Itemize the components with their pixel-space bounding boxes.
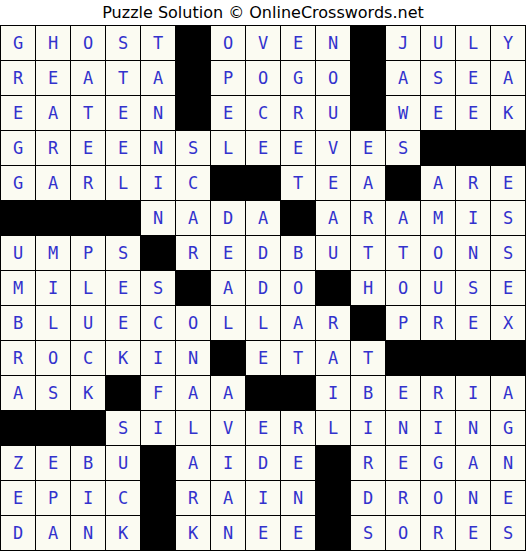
- letter-cell-r2c5[interactable]: A: [141, 61, 175, 95]
- letter-cell-r12c9[interactable]: R: [281, 411, 315, 445]
- letter-cell-r11c14[interactable]: I: [456, 376, 490, 410]
- letter-cell-r6c11[interactable]: R: [351, 201, 385, 235]
- black-cell-r13c10: [316, 446, 350, 480]
- letter-cell-r1c1[interactable]: G: [1, 26, 35, 60]
- letter-cell-r14c8[interactable]: I: [246, 481, 280, 515]
- black-cell-r3c11: [351, 96, 385, 130]
- letter-cell-r6c8[interactable]: A: [246, 201, 280, 235]
- black-cell-r1c6: [176, 26, 210, 60]
- letter-cell-r6c10[interactable]: A: [316, 201, 350, 235]
- letter-cell-r13c6[interactable]: A: [176, 446, 210, 480]
- letter-cell-r4c8[interactable]: E: [246, 131, 280, 165]
- letter-cell-r10c5[interactable]: I: [141, 341, 175, 375]
- letter-cell-r6c5[interactable]: N: [141, 201, 175, 235]
- letter-cell-r12c7[interactable]: V: [211, 411, 245, 445]
- letter-cell-r5c6[interactable]: C: [176, 166, 210, 200]
- letter-cell-r13c15[interactable]: N: [491, 446, 525, 480]
- black-cell-r12c3: [71, 411, 105, 445]
- letter-cell-r11c15[interactable]: A: [491, 376, 525, 410]
- letter-cell-r7c6[interactable]: R: [176, 236, 210, 270]
- letter-cell-r12c12[interactable]: N: [386, 411, 420, 445]
- letter-cell-r11c13[interactable]: R: [421, 376, 455, 410]
- letter-cell-r10c6[interactable]: N: [176, 341, 210, 375]
- letter-cell-r3c15[interactable]: K: [491, 96, 525, 130]
- letter-cell-r2c12[interactable]: A: [386, 61, 420, 95]
- letter-cell-r7c14[interactable]: N: [456, 236, 490, 270]
- black-cell-r8c6: [176, 271, 210, 305]
- black-cell-r5c12: [386, 166, 420, 200]
- black-cell-r10c13: [421, 341, 455, 375]
- letter-cell-r2c8[interactable]: O: [246, 61, 280, 95]
- letter-cell-r10c1[interactable]: R: [1, 341, 35, 375]
- letter-cell-r6c15[interactable]: S: [491, 201, 525, 235]
- letter-cell-r1c15[interactable]: Y: [491, 26, 525, 60]
- letter-cell-r9c2[interactable]: L: [36, 306, 70, 340]
- letter-cell-r4c12[interactable]: S: [386, 131, 420, 165]
- letter-cell-r15c12[interactable]: O: [386, 516, 420, 550]
- letter-cell-r8c15[interactable]: E: [491, 271, 525, 305]
- letter-cell-r11c1[interactable]: A: [1, 376, 35, 410]
- letter-cell-r5c3[interactable]: R: [71, 166, 105, 200]
- letter-cell-r13c9[interactable]: E: [281, 446, 315, 480]
- black-cell-r10c15: [491, 341, 525, 375]
- letter-cell-r3c4[interactable]: E: [106, 96, 140, 130]
- letter-cell-r2c2[interactable]: E: [36, 61, 70, 95]
- letter-cell-r4c2[interactable]: R: [36, 131, 70, 165]
- letter-cell-r3c12[interactable]: W: [386, 96, 420, 130]
- letter-cell-r10c4[interactable]: K: [106, 341, 140, 375]
- page-title: Puzzle Solution © OnlineCrosswords.net: [0, 0, 526, 25]
- letter-cell-r9c9[interactable]: A: [281, 306, 315, 340]
- letter-cell-r1c13[interactable]: U: [421, 26, 455, 60]
- black-cell-r4c14: [456, 131, 490, 165]
- letter-cell-r8c1[interactable]: M: [1, 271, 35, 305]
- black-cell-r10c12: [386, 341, 420, 375]
- letter-cell-r14c9[interactable]: N: [281, 481, 315, 515]
- letter-cell-r1c14[interactable]: L: [456, 26, 490, 60]
- letter-cell-r12c6[interactable]: L: [176, 411, 210, 445]
- letter-cell-r4c1[interactable]: G: [1, 131, 35, 165]
- letter-cell-r7c2[interactable]: M: [36, 236, 70, 270]
- letter-cell-r9c15[interactable]: X: [491, 306, 525, 340]
- letter-cell-r12c10[interactable]: L: [316, 411, 350, 445]
- letter-cell-r8c14[interactable]: S: [456, 271, 490, 305]
- letter-cell-r13c3[interactable]: B: [71, 446, 105, 480]
- letter-cell-r4c6[interactable]: S: [176, 131, 210, 165]
- letter-cell-r8c5[interactable]: S: [141, 271, 175, 305]
- letter-cell-r8c12[interactable]: O: [386, 271, 420, 305]
- letter-cell-r14c13[interactable]: O: [421, 481, 455, 515]
- letter-cell-r14c15[interactable]: E: [491, 481, 525, 515]
- black-cell-r6c2: [36, 201, 70, 235]
- black-cell-r8c10: [316, 271, 350, 305]
- letter-cell-r7c15[interactable]: S: [491, 236, 525, 270]
- letter-cell-r7c11[interactable]: T: [351, 236, 385, 270]
- letter-cell-r15c14[interactable]: E: [456, 516, 490, 550]
- letter-cell-r10c11[interactable]: T: [351, 341, 385, 375]
- letter-cell-r2c4[interactable]: T: [106, 61, 140, 95]
- letter-cell-r9c10[interactable]: R: [316, 306, 350, 340]
- letter-cell-r6c6[interactable]: A: [176, 201, 210, 235]
- letter-cell-r5c14[interactable]: R: [456, 166, 490, 200]
- black-cell-r7c5: [141, 236, 175, 270]
- letter-cell-r1c4[interactable]: S: [106, 26, 140, 60]
- letter-cell-r8c8[interactable]: D: [246, 271, 280, 305]
- letter-cell-r5c11[interactable]: A: [351, 166, 385, 200]
- letter-cell-r9c14[interactable]: E: [456, 306, 490, 340]
- letter-cell-r1c3[interactable]: O: [71, 26, 105, 60]
- letter-cell-r15c7[interactable]: N: [211, 516, 245, 550]
- black-cell-r11c4: [106, 376, 140, 410]
- letter-cell-r14c1[interactable]: E: [1, 481, 35, 515]
- letter-cell-r9c6[interactable]: O: [176, 306, 210, 340]
- letter-cell-r7c7[interactable]: E: [211, 236, 245, 270]
- black-cell-r3c6: [176, 96, 210, 130]
- letter-cell-r1c7[interactable]: O: [211, 26, 245, 60]
- letter-cell-r14c6[interactable]: R: [176, 481, 210, 515]
- letter-cell-r15c15[interactable]: S: [491, 516, 525, 550]
- letter-cell-r7c1[interactable]: U: [1, 236, 35, 270]
- letter-cell-r5c15[interactable]: E: [491, 166, 525, 200]
- letter-cell-r1c12[interactable]: J: [386, 26, 420, 60]
- letter-cell-r6c12[interactable]: A: [386, 201, 420, 235]
- letter-cell-r11c10[interactable]: I: [316, 376, 350, 410]
- letter-cell-r2c10[interactable]: O: [316, 61, 350, 95]
- letter-cell-r14c12[interactable]: R: [386, 481, 420, 515]
- letter-cell-r8c2[interactable]: I: [36, 271, 70, 305]
- letter-cell-r4c10[interactable]: V: [316, 131, 350, 165]
- letter-cell-r2c13[interactable]: S: [421, 61, 455, 95]
- letter-cell-r12c5[interactable]: I: [141, 411, 175, 445]
- crossword-grid: GHOSTOVENJULYREATAPOGOASEAEATENECRUWEEKG…: [0, 25, 526, 551]
- black-cell-r12c1: [1, 411, 35, 445]
- letter-cell-r3c1[interactable]: E: [1, 96, 35, 130]
- letter-cell-r13c2[interactable]: E: [36, 446, 70, 480]
- letter-cell-r5c1[interactable]: G: [1, 166, 35, 200]
- letter-cell-r4c5[interactable]: N: [141, 131, 175, 165]
- letter-cell-r14c11[interactable]: D: [351, 481, 385, 515]
- letter-cell-r1c9[interactable]: E: [281, 26, 315, 60]
- letter-cell-r5c4[interactable]: L: [106, 166, 140, 200]
- black-cell-r5c7: [211, 166, 245, 200]
- letter-cell-r3c13[interactable]: E: [421, 96, 455, 130]
- letter-cell-r6c14[interactable]: I: [456, 201, 490, 235]
- letter-cell-r12c4[interactable]: S: [106, 411, 140, 445]
- letter-cell-r3c2[interactable]: A: [36, 96, 70, 130]
- letter-cell-r1c2[interactable]: H: [36, 26, 70, 60]
- letter-cell-r9c12[interactable]: P: [386, 306, 420, 340]
- letter-cell-r13c8[interactable]: D: [246, 446, 280, 480]
- black-cell-r6c3: [71, 201, 105, 235]
- letter-cell-r3c14[interactable]: E: [456, 96, 490, 130]
- letter-cell-r8c4[interactable]: E: [106, 271, 140, 305]
- letter-cell-r11c11[interactable]: B: [351, 376, 385, 410]
- letter-cell-r11c2[interactable]: S: [36, 376, 70, 410]
- letter-cell-r8c7[interactable]: A: [211, 271, 245, 305]
- letter-cell-r11c12[interactable]: E: [386, 376, 420, 410]
- letter-cell-r10c2[interactable]: O: [36, 341, 70, 375]
- letter-cell-r15c3[interactable]: N: [71, 516, 105, 550]
- letter-cell-r14c14[interactable]: N: [456, 481, 490, 515]
- black-cell-r4c15: [491, 131, 525, 165]
- black-cell-r5c8: [246, 166, 280, 200]
- black-cell-r2c6: [176, 61, 210, 95]
- black-cell-r1c11: [351, 26, 385, 60]
- letter-cell-r13c1[interactable]: Z: [1, 446, 35, 480]
- letter-cell-r3c7[interactable]: E: [211, 96, 245, 130]
- black-cell-r6c4: [106, 201, 140, 235]
- letter-cell-r12c11[interactable]: I: [351, 411, 385, 445]
- letter-cell-r12c15[interactable]: G: [491, 411, 525, 445]
- letter-cell-r9c1[interactable]: B: [1, 306, 35, 340]
- black-cell-r10c14: [456, 341, 490, 375]
- black-cell-r14c5: [141, 481, 175, 515]
- letter-cell-r7c12[interactable]: T: [386, 236, 420, 270]
- letter-cell-r15c6[interactable]: K: [176, 516, 210, 550]
- black-cell-r13c5: [141, 446, 175, 480]
- letter-cell-r2c1[interactable]: R: [1, 61, 35, 95]
- black-cell-r10c7: [211, 341, 245, 375]
- letter-cell-r14c2[interactable]: P: [36, 481, 70, 515]
- letter-cell-r12c8[interactable]: E: [246, 411, 280, 445]
- letter-cell-r12c14[interactable]: N: [456, 411, 490, 445]
- letter-cell-r15c13[interactable]: R: [421, 516, 455, 550]
- letter-cell-r15c11[interactable]: S: [351, 516, 385, 550]
- letter-cell-r7c13[interactable]: O: [421, 236, 455, 270]
- letter-cell-r2c15[interactable]: A: [491, 61, 525, 95]
- letter-cell-r13c13[interactable]: G: [421, 446, 455, 480]
- letter-cell-r15c9[interactable]: E: [281, 516, 315, 550]
- letter-cell-r10c3[interactable]: C: [71, 341, 105, 375]
- letter-cell-r7c4[interactable]: S: [106, 236, 140, 270]
- letter-cell-r3c9[interactable]: R: [281, 96, 315, 130]
- letter-cell-r11c7[interactable]: A: [211, 376, 245, 410]
- letter-cell-r15c4[interactable]: K: [106, 516, 140, 550]
- letter-cell-r13c7[interactable]: I: [211, 446, 245, 480]
- black-cell-r15c5: [141, 516, 175, 550]
- letter-cell-r7c8[interactable]: D: [246, 236, 280, 270]
- letter-cell-r3c8[interactable]: C: [246, 96, 280, 130]
- letter-cell-r2c7[interactable]: P: [211, 61, 245, 95]
- letter-cell-r4c11[interactable]: E: [351, 131, 385, 165]
- black-cell-r6c1: [1, 201, 35, 235]
- letter-cell-r3c10[interactable]: U: [316, 96, 350, 130]
- letter-cell-r7c3[interactable]: P: [71, 236, 105, 270]
- letter-cell-r1c10[interactable]: N: [316, 26, 350, 60]
- letter-cell-r10c9[interactable]: T: [281, 341, 315, 375]
- letter-cell-r15c2[interactable]: A: [36, 516, 70, 550]
- black-cell-r14c10: [316, 481, 350, 515]
- letter-cell-r15c1[interactable]: D: [1, 516, 35, 550]
- black-cell-r11c9: [281, 376, 315, 410]
- black-cell-r6c9: [281, 201, 315, 235]
- letter-cell-r4c3[interactable]: E: [71, 131, 105, 165]
- letter-cell-r9c13[interactable]: R: [421, 306, 455, 340]
- letter-cell-r1c5[interactable]: T: [141, 26, 175, 60]
- black-cell-r9c11: [351, 306, 385, 340]
- letter-cell-r14c3[interactable]: I: [71, 481, 105, 515]
- letter-cell-r8c13[interactable]: U: [421, 271, 455, 305]
- letter-cell-r3c3[interactable]: T: [71, 96, 105, 130]
- letter-cell-r7c10[interactable]: U: [316, 236, 350, 270]
- letter-cell-r13c14[interactable]: A: [456, 446, 490, 480]
- letter-cell-r2c14[interactable]: E: [456, 61, 490, 95]
- letter-cell-r13c12[interactable]: E: [386, 446, 420, 480]
- black-cell-r12c2: [36, 411, 70, 445]
- letter-cell-r8c3[interactable]: L: [71, 271, 105, 305]
- letter-cell-r11c6[interactable]: A: [176, 376, 210, 410]
- letter-cell-r5c9[interactable]: T: [281, 166, 315, 200]
- letter-cell-r5c13[interactable]: A: [421, 166, 455, 200]
- letter-cell-r8c11[interactable]: H: [351, 271, 385, 305]
- letter-cell-r4c9[interactable]: E: [281, 131, 315, 165]
- letter-cell-r5c10[interactable]: E: [316, 166, 350, 200]
- letter-cell-r5c2[interactable]: A: [36, 166, 70, 200]
- letter-cell-r11c3[interactable]: K: [71, 376, 105, 410]
- letter-cell-r14c7[interactable]: A: [211, 481, 245, 515]
- letter-cell-r10c10[interactable]: A: [316, 341, 350, 375]
- black-cell-r11c8: [246, 376, 280, 410]
- letter-cell-r3c5[interactable]: N: [141, 96, 175, 130]
- puzzle-solution-page: Puzzle Solution © OnlineCrosswords.net G…: [0, 0, 526, 551]
- letter-cell-r9c8[interactable]: L: [246, 306, 280, 340]
- letter-cell-r2c3[interactable]: A: [71, 61, 105, 95]
- letter-cell-r9c7[interactable]: L: [211, 306, 245, 340]
- letter-cell-r14c4[interactable]: C: [106, 481, 140, 515]
- letter-cell-r13c11[interactable]: R: [351, 446, 385, 480]
- letter-cell-r6c13[interactable]: M: [421, 201, 455, 235]
- letter-cell-r10c8[interactable]: E: [246, 341, 280, 375]
- black-cell-r2c11: [351, 61, 385, 95]
- letter-cell-r6c7[interactable]: D: [211, 201, 245, 235]
- letter-cell-r8c9[interactable]: O: [281, 271, 315, 305]
- letter-cell-r11c5[interactable]: F: [141, 376, 175, 410]
- letter-cell-r4c4[interactable]: E: [106, 131, 140, 165]
- letter-cell-r7c9[interactable]: B: [281, 236, 315, 270]
- letter-cell-r13c4[interactable]: U: [106, 446, 140, 480]
- letter-cell-r2c9[interactable]: G: [281, 61, 315, 95]
- letter-cell-r1c8[interactable]: V: [246, 26, 280, 60]
- letter-cell-r9c5[interactable]: C: [141, 306, 175, 340]
- black-cell-r4c13: [421, 131, 455, 165]
- letter-cell-r4c7[interactable]: L: [211, 131, 245, 165]
- letter-cell-r9c3[interactable]: U: [71, 306, 105, 340]
- letter-cell-r9c4[interactable]: E: [106, 306, 140, 340]
- letter-cell-r12c13[interactable]: I: [421, 411, 455, 445]
- letter-cell-r15c8[interactable]: E: [246, 516, 280, 550]
- black-cell-r15c10: [316, 516, 350, 550]
- letter-cell-r5c5[interactable]: I: [141, 166, 175, 200]
